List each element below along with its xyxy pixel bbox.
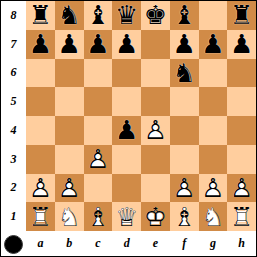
square-b3[interactable] <box>55 145 84 174</box>
square-a1[interactable]: ♜♖ <box>26 202 55 231</box>
square-h8[interactable]: ♜ <box>227 1 256 30</box>
square-e5[interactable] <box>141 87 170 116</box>
square-f1[interactable]: ♝♗ <box>170 202 199 231</box>
file-label-b: b <box>55 231 84 256</box>
white-king: ♚♔ <box>141 202 170 231</box>
black-pawn: ♟ <box>227 30 256 59</box>
square-b8[interactable]: ♞ <box>55 1 84 30</box>
square-e3[interactable] <box>141 145 170 174</box>
black-king: ♚ <box>141 1 170 30</box>
square-c7[interactable]: ♟ <box>84 30 113 59</box>
black-knight: ♞ <box>170 59 199 88</box>
square-g3[interactable] <box>199 145 228 174</box>
white-rook: ♜♖ <box>26 202 55 231</box>
square-d2[interactable] <box>112 174 141 203</box>
square-e6[interactable] <box>141 59 170 88</box>
square-d5[interactable] <box>112 87 141 116</box>
square-c1[interactable]: ♝♗ <box>84 202 113 231</box>
square-e8[interactable]: ♚ <box>141 1 170 30</box>
square-f6[interactable]: ♞ <box>170 59 199 88</box>
rank-label-7: 7 <box>1 30 26 59</box>
square-a5[interactable] <box>26 87 55 116</box>
square-a6[interactable] <box>26 59 55 88</box>
white-knight: ♞♘ <box>55 202 84 231</box>
square-a4[interactable] <box>26 116 55 145</box>
black-pawn: ♟ <box>199 30 228 59</box>
black-bishop: ♝ <box>84 1 113 30</box>
white-pawn: ♟♙ <box>199 174 228 203</box>
rank-labels: 87654321 <box>1 1 26 231</box>
square-b4[interactable] <box>55 116 84 145</box>
square-g5[interactable] <box>199 87 228 116</box>
rank-label-8: 8 <box>1 1 26 30</box>
black-knight: ♞ <box>55 1 84 30</box>
square-d6[interactable] <box>112 59 141 88</box>
square-b7[interactable]: ♟ <box>55 30 84 59</box>
square-f5[interactable] <box>170 87 199 116</box>
square-h3[interactable] <box>227 145 256 174</box>
square-c5[interactable] <box>84 87 113 116</box>
rank-label-3: 3 <box>1 145 26 174</box>
black-pawn: ♟ <box>112 116 141 145</box>
file-label-c: c <box>84 231 113 256</box>
square-c4[interactable] <box>84 116 113 145</box>
rank-label-4: 4 <box>1 116 26 145</box>
square-h5[interactable] <box>227 87 256 116</box>
white-bishop: ♝♗ <box>84 202 113 231</box>
square-h6[interactable] <box>227 59 256 88</box>
chess-board-diagram: 87654321 ♜♞♝♛♚♝♜♟♟♟♟♟♟♟♞♟♟♙♟♙♟♙♟♙♟♙♟♙♟♙♜… <box>0 0 257 257</box>
square-a3[interactable] <box>26 145 55 174</box>
square-f7[interactable]: ♟ <box>170 30 199 59</box>
file-label-f: f <box>170 231 199 256</box>
black-to-move-indicator <box>4 235 23 254</box>
square-e1[interactable]: ♚♔ <box>141 202 170 231</box>
file-label-e: e <box>141 231 170 256</box>
square-e7[interactable] <box>141 30 170 59</box>
black-pawn: ♟ <box>112 30 141 59</box>
square-c3[interactable]: ♟♙ <box>84 145 113 174</box>
black-rook: ♜ <box>227 1 256 30</box>
white-pawn: ♟♙ <box>227 174 256 203</box>
square-e2[interactable] <box>141 174 170 203</box>
square-c6[interactable] <box>84 59 113 88</box>
file-labels: abcdefgh <box>26 231 256 256</box>
square-f8[interactable]: ♝ <box>170 1 199 30</box>
white-pawn: ♟♙ <box>84 145 113 174</box>
square-c2[interactable] <box>84 174 113 203</box>
black-pawn: ♟ <box>170 30 199 59</box>
white-knight: ♞♘ <box>199 202 228 231</box>
file-label-h: h <box>227 231 256 256</box>
black-bishop: ♝ <box>170 1 199 30</box>
rank-label-1: 1 <box>1 202 26 231</box>
square-h1[interactable]: ♜♖ <box>227 202 256 231</box>
square-g2[interactable]: ♟♙ <box>199 174 228 203</box>
square-h4[interactable] <box>227 116 256 145</box>
square-b2[interactable]: ♟♙ <box>55 174 84 203</box>
rank-label-6: 6 <box>1 59 26 88</box>
chess-board: ♜♞♝♛♚♝♜♟♟♟♟♟♟♟♞♟♟♙♟♙♟♙♟♙♟♙♟♙♟♙♜♖♞♘♝♗♛♕♚♔… <box>26 1 256 231</box>
black-pawn: ♟ <box>55 30 84 59</box>
white-bishop: ♝♗ <box>170 202 199 231</box>
square-c8[interactable]: ♝ <box>84 1 113 30</box>
square-d7[interactable]: ♟ <box>112 30 141 59</box>
square-b5[interactable] <box>55 87 84 116</box>
white-pawn: ♟♙ <box>141 116 170 145</box>
square-a2[interactable]: ♟♙ <box>26 174 55 203</box>
white-pawn: ♟♙ <box>26 174 55 203</box>
square-d1[interactable]: ♛♕ <box>112 202 141 231</box>
square-g7[interactable]: ♟ <box>199 30 228 59</box>
square-g8[interactable] <box>199 1 228 30</box>
square-b6[interactable] <box>55 59 84 88</box>
white-rook: ♜♖ <box>227 202 256 231</box>
black-pawn: ♟ <box>26 30 55 59</box>
square-g4[interactable] <box>199 116 228 145</box>
black-pawn: ♟ <box>84 30 113 59</box>
white-queen: ♛♕ <box>112 202 141 231</box>
rank-label-2: 2 <box>1 174 26 203</box>
rank-label-5: 5 <box>1 87 26 116</box>
square-h2[interactable]: ♟♙ <box>227 174 256 203</box>
file-label-a: a <box>26 231 55 256</box>
black-rook: ♜ <box>26 1 55 30</box>
square-a8[interactable]: ♜ <box>26 1 55 30</box>
file-label-g: g <box>199 231 228 256</box>
black-queen: ♛ <box>112 1 141 30</box>
square-g1[interactable]: ♞♘ <box>199 202 228 231</box>
square-h7[interactable]: ♟ <box>227 30 256 59</box>
square-f2[interactable]: ♟♙ <box>170 174 199 203</box>
square-f4[interactable] <box>170 116 199 145</box>
white-pawn: ♟♙ <box>55 174 84 203</box>
square-d3[interactable] <box>112 145 141 174</box>
file-label-d: d <box>112 231 141 256</box>
white-pawn: ♟♙ <box>170 174 199 203</box>
square-e4[interactable]: ♟♙ <box>141 116 170 145</box>
square-f3[interactable] <box>170 145 199 174</box>
square-a7[interactable]: ♟ <box>26 30 55 59</box>
square-g6[interactable] <box>199 59 228 88</box>
square-d8[interactable]: ♛ <box>112 1 141 30</box>
square-b1[interactable]: ♞♘ <box>55 202 84 231</box>
square-d4[interactable]: ♟ <box>112 116 141 145</box>
